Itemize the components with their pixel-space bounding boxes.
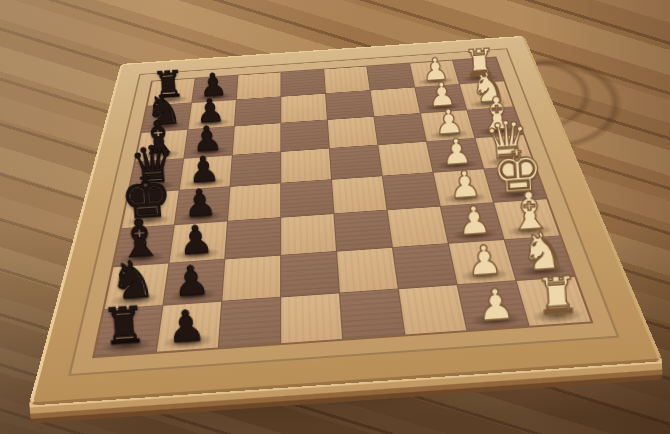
chess-photo: ♜♟♟♜♞♟♟♞♝♟♟♝♛♟♟♛♚♟♟♚♝♟♟♝♞♟♟♞♜♟♟♜: [0, 0, 670, 434]
white-pawn: ♟: [476, 284, 516, 326]
square-h5: [281, 293, 342, 343]
square-h6: [219, 298, 280, 348]
square-g5: [281, 252, 339, 297]
black-pawn: ♟: [178, 221, 215, 259]
square-c5: [281, 120, 329, 151]
black-pawn: ♟: [183, 185, 218, 221]
square-g4: [337, 248, 398, 293]
square-b6: [235, 97, 281, 126]
board-grid: ♜♟♟♜♞♟♟♞♝♟♟♝♛♟♟♛♚♟♟♚♝♟♟♝♞♟♟♞♜♟♟♜: [92, 56, 594, 358]
white-rook: ♜: [534, 272, 581, 321]
square-g2: ♟: [449, 240, 515, 284]
square-h8: ♜: [95, 306, 163, 356]
square-d4: [330, 145, 382, 179]
black-pawn: ♟: [166, 305, 207, 347]
square-f6: [225, 218, 280, 259]
square-b5: [281, 94, 327, 123]
square-c6: [233, 123, 281, 155]
square-d6: [230, 152, 280, 186]
board-margin: ♜♟♟♜♞♟♟♞♝♟♟♝♛♟♟♛♚♟♟♚♝♟♟♝♞♟♟♞♜♟♟♜: [68, 48, 619, 376]
square-a6: [237, 72, 281, 99]
square-d3: [378, 142, 432, 176]
square-a4: [324, 66, 369, 93]
square-g6: [222, 256, 280, 301]
square-g7: ♟: [163, 260, 224, 305]
black-pawn: ♟: [172, 261, 210, 301]
square-f4: [334, 210, 391, 251]
square-h1: ♜: [517, 277, 591, 326]
square-a5: [281, 69, 325, 96]
square-c4: [328, 117, 378, 148]
board-tilt-wrapper: ♜♟♟♜♞♟♟♞♝♟♟♝♛♟♟♛♚♟♟♚♝♟♟♝♞♟♟♞♜♟♟♜: [57, 0, 607, 434]
square-h3: [399, 285, 466, 334]
chess-board: ♜♟♟♜♞♟♟♞♝♟♟♝♛♟♟♛♚♟♟♚♝♟♟♝♞♟♟♞♜♟♟♜: [28, 36, 663, 406]
square-h7: ♟: [157, 302, 221, 352]
square-a3: [367, 63, 414, 90]
square-f5: [281, 214, 336, 255]
square-c3: [374, 114, 426, 145]
square-g3: [393, 244, 457, 288]
square-f3: [388, 207, 448, 247]
white-pawn: ♟: [456, 201, 492, 239]
black-rook: ♜: [100, 303, 147, 352]
square-e5: [281, 180, 333, 217]
white-pawn: ♟: [465, 240, 503, 280]
square-b3: [371, 87, 420, 116]
square-h4: [340, 289, 404, 338]
square-e3: [383, 173, 440, 210]
square-d5: [281, 149, 331, 183]
square-e4: [332, 176, 387, 213]
square-b4: [326, 91, 373, 120]
square-e6: [228, 183, 280, 220]
